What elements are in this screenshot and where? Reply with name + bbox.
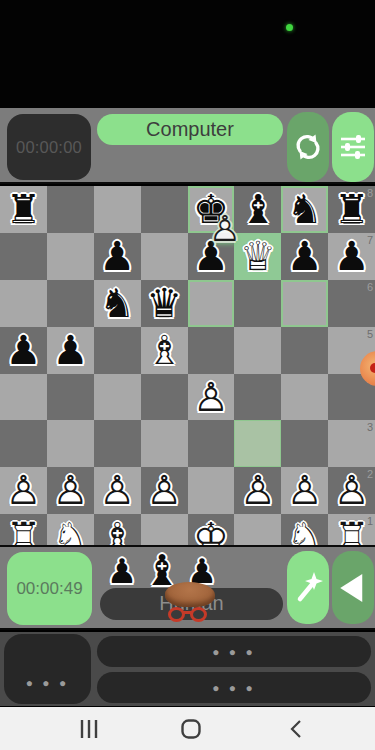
- chat-message-pill-1[interactable]: ● ● ●: [97, 636, 371, 667]
- square-h3[interactable]: 3: [328, 420, 375, 467]
- square-d8[interactable]: [141, 186, 188, 233]
- piece-wP: ♟♙: [47, 467, 94, 514]
- ghost-wP: ♟♙: [203, 207, 247, 251]
- square-f4[interactable]: [234, 374, 281, 421]
- opponent-header-bar: 00:00:00 Computer: [0, 108, 375, 184]
- square-a7[interactable]: [0, 233, 47, 280]
- avatar-glasses: [190, 607, 207, 622]
- square-b2[interactable]: ♟♙: [47, 467, 94, 514]
- square-g7[interactable]: ♟: [281, 233, 328, 280]
- piece-wP: ♟♙: [94, 467, 141, 514]
- square-c7[interactable]: ♟: [94, 233, 141, 280]
- square-f2[interactable]: ♟♙: [234, 467, 281, 514]
- square-c6[interactable]: ♞: [94, 280, 141, 327]
- ellipsis-icon: ● ● ●: [4, 676, 91, 690]
- square-a5[interactable]: ♟: [0, 327, 47, 374]
- square-d7[interactable]: [141, 233, 188, 280]
- square-d4[interactable]: [141, 374, 188, 421]
- left-triangle-icon: [340, 574, 362, 602]
- square-a8[interactable]: ♜: [0, 186, 47, 233]
- rounded-square-icon: [180, 718, 202, 740]
- computer-name-pill[interactable]: Computer: [97, 114, 283, 145]
- avatar-hair: [165, 582, 215, 607]
- square-b8[interactable]: [47, 186, 94, 233]
- square-e3[interactable]: [188, 420, 235, 467]
- chevron-left-icon: [286, 718, 308, 740]
- back-button[interactable]: [286, 718, 308, 740]
- home-button[interactable]: [180, 718, 202, 740]
- avatar-glasses: [168, 607, 185, 622]
- square-h6[interactable]: 6: [328, 280, 375, 327]
- square-h2[interactable]: 2♟♙: [328, 467, 375, 514]
- piece-bQ: ♛: [141, 280, 188, 327]
- square-d2[interactable]: ♟♙: [141, 467, 188, 514]
- avatar-glasses-bridge: [183, 611, 192, 614]
- hint-button[interactable]: [287, 551, 329, 624]
- rank-label: 8: [367, 188, 373, 199]
- new-game-button[interactable]: [287, 112, 329, 182]
- captured-bP: ♟: [103, 550, 141, 592]
- square-g8[interactable]: ♞: [281, 186, 328, 233]
- rank-label: 3: [367, 422, 373, 433]
- square-c5[interactable]: [94, 327, 141, 374]
- chat-message-pill-2[interactable]: ● ● ●: [97, 672, 371, 703]
- human-avatar: [163, 580, 217, 628]
- square-e4[interactable]: ♟♙: [188, 374, 235, 421]
- square-c2[interactable]: ♟♙: [94, 467, 141, 514]
- piece-wP: ♟♙: [141, 467, 188, 514]
- square-b7[interactable]: [47, 233, 94, 280]
- piece-bP: ♟: [47, 327, 94, 374]
- square-f6[interactable]: [234, 280, 281, 327]
- square-d3[interactable]: [141, 420, 188, 467]
- chat-panel: ● ● ● ● ● ● ● ● ●: [0, 632, 375, 706]
- ghost-pawn-overlay: ♟♙: [203, 207, 247, 251]
- square-f5[interactable]: [234, 327, 281, 374]
- chat-menu-box[interactable]: ● ● ●: [4, 634, 91, 704]
- square-c8[interactable]: [94, 186, 141, 233]
- chess-board: ♜♚♝♞8♜♟♟♛♕♟7♟♞♛6♟♟♝♗5♟♙43♟♙♟♙♟♙♟♙♟♙♟♙2♟♙…: [0, 186, 375, 561]
- human-timer: 00:00:49: [7, 552, 92, 625]
- piece-bP: ♟: [0, 327, 47, 374]
- piece-wP: ♟♙: [281, 467, 328, 514]
- square-c3[interactable]: [94, 420, 141, 467]
- square-g3[interactable]: [281, 420, 328, 467]
- android-nav-bar: [0, 707, 375, 750]
- square-h8[interactable]: 8♜: [328, 186, 375, 233]
- piece-bP: ♟: [281, 233, 328, 280]
- status-notification-zone: [0, 0, 375, 108]
- square-f3[interactable]: [234, 420, 281, 467]
- square-e6[interactable]: [188, 280, 235, 327]
- square-b4[interactable]: [47, 374, 94, 421]
- green-status-dot-icon: [286, 24, 293, 31]
- square-g4[interactable]: [281, 374, 328, 421]
- piece-wP: ♟♙: [188, 374, 235, 421]
- piece-bN: ♞: [281, 186, 328, 233]
- piece-bN: ♞: [94, 280, 141, 327]
- piece-wB: ♝♗: [141, 327, 188, 374]
- square-d5[interactable]: ♝♗: [141, 327, 188, 374]
- computer-timer: 00:00:00: [7, 114, 91, 180]
- ellipsis-icon: ● ● ●: [97, 645, 371, 659]
- square-b5[interactable]: ♟: [47, 327, 94, 374]
- square-h7[interactable]: 7♟: [328, 233, 375, 280]
- square-e5[interactable]: [188, 327, 235, 374]
- square-g6[interactable]: [281, 280, 328, 327]
- square-g2[interactable]: ♟♙: [281, 467, 328, 514]
- rank-label: 6: [367, 282, 373, 293]
- rank-label: 5: [367, 329, 373, 340]
- square-a6[interactable]: [0, 280, 47, 327]
- square-a4[interactable]: [0, 374, 47, 421]
- square-g5[interactable]: [281, 327, 328, 374]
- undo-move-button[interactable]: [332, 551, 374, 624]
- recents-button[interactable]: [78, 718, 100, 740]
- rank-label: 7: [367, 235, 373, 246]
- piece-bP: ♟: [94, 233, 141, 280]
- square-b6[interactable]: [47, 280, 94, 327]
- rank-label: 2: [367, 469, 373, 480]
- piece-wP: ♟♙: [0, 467, 47, 514]
- chess-app-screen: 00:00:00 Computer: [0, 0, 375, 750]
- square-b3[interactable]: [47, 420, 94, 467]
- square-e2[interactable]: [188, 467, 235, 514]
- piece-bR: ♜: [0, 186, 47, 233]
- three-vertical-bars-icon: [78, 718, 100, 740]
- rank-label: 1: [367, 516, 373, 527]
- square-c4[interactable]: [94, 374, 141, 421]
- piece-wP: ♟♙: [234, 467, 281, 514]
- square-a2[interactable]: ♟♙: [0, 467, 47, 514]
- square-d6[interactable]: ♛: [141, 280, 188, 327]
- square-a3[interactable]: [0, 420, 47, 467]
- ellipsis-icon: ● ● ●: [97, 681, 371, 695]
- settings-button[interactable]: [332, 112, 374, 182]
